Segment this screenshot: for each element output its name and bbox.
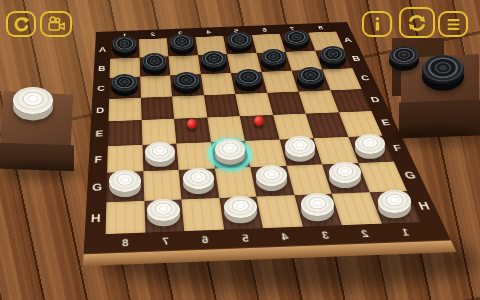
- white-piece: [13, 87, 53, 127]
- move-target-dot[interactable]: [187, 119, 197, 129]
- white-piece[interactable]: [256, 165, 288, 197]
- black-piece[interactable]: [201, 51, 227, 77]
- white-piece[interactable]: [355, 134, 385, 164]
- black-piece: [389, 46, 419, 76]
- refresh-icon: [406, 12, 428, 34]
- white-piece-face: [256, 165, 288, 186]
- black-piece-face: [320, 46, 346, 63]
- black-piece[interactable]: [142, 53, 168, 79]
- white-piece-face: [147, 199, 180, 221]
- black-piece-face: [235, 69, 262, 87]
- black-piece[interactable]: [284, 30, 309, 55]
- white-piece[interactable]: [224, 196, 257, 229]
- white-piece-face: [285, 136, 315, 157]
- white-piece-face: [145, 142, 175, 162]
- white-piece[interactable]: [147, 199, 180, 232]
- white-piece-face: [215, 139, 245, 160]
- black-piece[interactable]: [320, 46, 346, 72]
- black-piece[interactable]: [261, 49, 287, 75]
- info-button[interactable]: [362, 11, 392, 37]
- camera-button[interactable]: [40, 11, 72, 37]
- black-piece-face: [389, 46, 419, 66]
- black-piece: [422, 55, 464, 97]
- black-piece-face: [297, 67, 324, 85]
- white-piece[interactable]: [109, 170, 140, 201]
- black-piece[interactable]: [297, 67, 324, 94]
- black-piece-face: [170, 34, 195, 51]
- table-background: AABBCCDDEEFFGGHH1827364554637281: [0, 0, 480, 300]
- black-piece[interactable]: [173, 72, 200, 99]
- white-piece[interactable]: [285, 136, 315, 166]
- white-piece-face: [329, 162, 361, 183]
- white-piece[interactable]: [378, 190, 411, 223]
- black-piece-face: [422, 55, 464, 84]
- white-piece-face: [183, 168, 215, 189]
- black-piece-face: [111, 74, 138, 92]
- white-piece-face: [378, 190, 411, 213]
- black-piece[interactable]: [170, 34, 195, 59]
- black-piece-face: [261, 49, 287, 66]
- white-piece-face: [355, 134, 385, 155]
- menu-button[interactable]: [438, 11, 468, 37]
- black-piece[interactable]: [235, 69, 262, 96]
- black-piece[interactable]: [111, 74, 138, 101]
- info-icon: [368, 15, 387, 34]
- black-piece[interactable]: [112, 36, 137, 61]
- white-piece[interactable]: [145, 142, 175, 172]
- white-piece-face: [301, 193, 334, 216]
- black-piece-face: [201, 51, 227, 68]
- pieces-layer: [0, 0, 480, 300]
- menu-icon: [444, 15, 463, 34]
- white-piece-face: [13, 87, 53, 114]
- black-piece-face: [112, 36, 137, 53]
- white-piece-face: [109, 170, 140, 191]
- black-piece-face: [227, 32, 252, 49]
- white-piece[interactable]: [215, 139, 245, 169]
- restart-button[interactable]: [399, 7, 435, 38]
- rotate-button[interactable]: [6, 11, 36, 37]
- black-piece[interactable]: [227, 32, 252, 57]
- black-piece-face: [284, 30, 309, 47]
- camera-icon: [46, 14, 67, 35]
- white-piece[interactable]: [329, 162, 361, 194]
- white-piece[interactable]: [301, 193, 334, 226]
- white-piece-face: [224, 196, 257, 218]
- white-piece[interactable]: [183, 168, 215, 200]
- black-piece-face: [142, 53, 168, 70]
- move-target-dot[interactable]: [254, 116, 264, 126]
- rotate-icon: [12, 15, 31, 34]
- black-piece-face: [173, 72, 200, 90]
